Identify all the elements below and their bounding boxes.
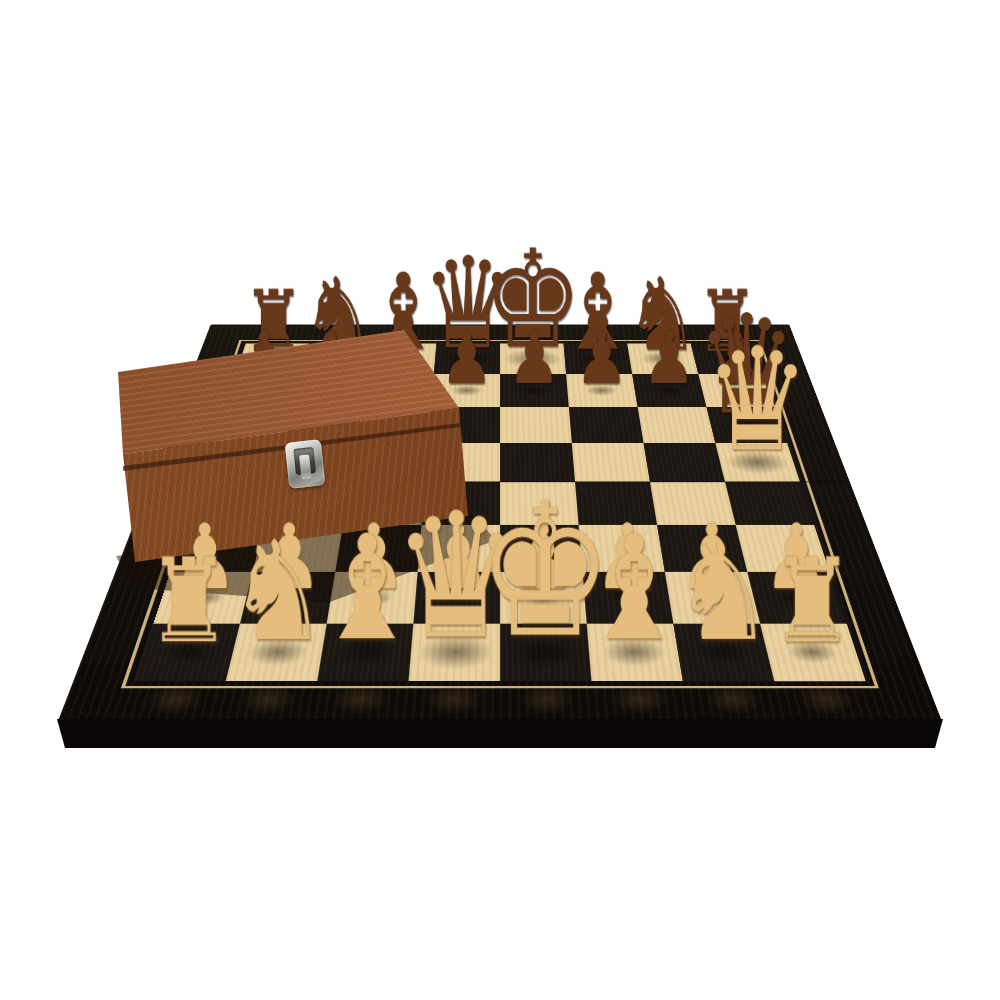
chess-set-photo: ♜♞♝♛♚♝♞♜♟♟♟♟♟♟♟♟♛♛ ♟♟♟♟♟♟♟♟♜♞♝♛♚♝♞♜	[0, 0, 1000, 1000]
box-front-panel	[0, 0, 1000, 1000]
storage-box	[0, 0, 1000, 1000]
box-latch-icon	[285, 439, 326, 489]
